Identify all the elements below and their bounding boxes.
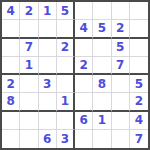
cell-r6c2[interactable]: [20, 93, 38, 111]
cell-r5c1[interactable]: 2: [2, 75, 20, 93]
given-digit: 7: [25, 41, 33, 53]
given-digit: 5: [61, 5, 69, 17]
cell-r7c6[interactable]: 1: [93, 112, 111, 130]
cell-r2c7[interactable]: 2: [112, 20, 130, 38]
given-digit: 1: [25, 59, 33, 71]
cell-r6c5[interactable]: [75, 93, 93, 111]
cell-r3c8[interactable]: [130, 39, 148, 57]
cell-r3c5[interactable]: [75, 39, 93, 57]
cell-r2c5[interactable]: 4: [75, 20, 93, 38]
cell-r5c3[interactable]: 3: [39, 75, 57, 93]
cell-r6c7[interactable]: [112, 93, 130, 111]
given-digit: 8: [6, 95, 14, 107]
cell-r5c7[interactable]: [112, 75, 130, 93]
given-digit: 1: [61, 95, 69, 107]
cell-r1c3[interactable]: 1: [39, 2, 57, 20]
given-digit: 3: [43, 78, 51, 90]
cell-r4c6[interactable]: [93, 57, 111, 75]
cell-r8c2[interactable]: [20, 130, 38, 148]
given-digit: 5: [98, 22, 106, 34]
cell-r7c5[interactable]: 6: [75, 112, 93, 130]
cell-r8c8[interactable]: 7: [130, 130, 148, 148]
cell-r6c1[interactable]: 8: [2, 93, 20, 111]
given-digit: 6: [79, 114, 87, 126]
cell-r8c4[interactable]: 3: [57, 130, 75, 148]
cell-r5c5[interactable]: [75, 75, 93, 93]
given-digit: 2: [135, 95, 143, 107]
given-digit: 2: [25, 5, 33, 17]
cell-r6c6[interactable]: [93, 93, 111, 111]
cell-r4c4[interactable]: [57, 57, 75, 75]
cell-r3c2[interactable]: 7: [20, 39, 38, 57]
cell-r8c1[interactable]: [2, 130, 20, 148]
given-digit: 1: [98, 114, 106, 126]
given-digit: 8: [98, 78, 106, 90]
given-digit: 4: [6, 5, 14, 17]
cell-r4c5[interactable]: 2: [75, 57, 93, 75]
cell-r3c3[interactable]: [39, 39, 57, 57]
cell-r8c6[interactable]: [93, 130, 111, 148]
cell-r1c7[interactable]: [112, 2, 130, 20]
sudoku-board: 42154527251272385812614637: [0, 0, 150, 150]
cell-r3c6[interactable]: [93, 39, 111, 57]
cell-r4c8[interactable]: [130, 57, 148, 75]
cell-r2c3[interactable]: [39, 20, 57, 38]
cell-r3c1[interactable]: [2, 39, 20, 57]
given-digit: 4: [135, 114, 143, 126]
cell-r3c7[interactable]: 5: [112, 39, 130, 57]
cell-r8c3[interactable]: 6: [39, 130, 57, 148]
given-digit: 5: [116, 41, 124, 53]
cell-r2c8[interactable]: [130, 20, 148, 38]
cell-r5c8[interactable]: 5: [130, 75, 148, 93]
cell-r7c4[interactable]: [57, 112, 75, 130]
given-digit: 4: [79, 22, 87, 34]
cell-r1c8[interactable]: [130, 2, 148, 20]
cell-r6c3[interactable]: [39, 93, 57, 111]
cell-r8c5[interactable]: [75, 130, 93, 148]
cell-r1c1[interactable]: 4: [2, 2, 20, 20]
cell-r8c7[interactable]: [112, 130, 130, 148]
cell-r7c1[interactable]: [2, 112, 20, 130]
given-digit: 5: [135, 78, 143, 90]
cell-r1c6[interactable]: [93, 2, 111, 20]
given-digit: 7: [135, 133, 143, 145]
cell-r7c7[interactable]: [112, 112, 130, 130]
cell-r7c2[interactable]: [20, 112, 38, 130]
cell-r2c2[interactable]: [20, 20, 38, 38]
given-digit: 2: [61, 41, 69, 53]
cell-r5c2[interactable]: [20, 75, 38, 93]
cell-r1c4[interactable]: 5: [57, 2, 75, 20]
cell-r4c2[interactable]: 1: [20, 57, 38, 75]
given-digit: 2: [79, 59, 87, 71]
cell-r3c4[interactable]: 2: [57, 39, 75, 57]
given-digit: 3: [61, 133, 69, 145]
cell-r7c3[interactable]: [39, 112, 57, 130]
cell-r6c8[interactable]: 2: [130, 93, 148, 111]
cell-r2c4[interactable]: [57, 20, 75, 38]
given-digit: 2: [116, 22, 124, 34]
cell-r6c4[interactable]: 1: [57, 93, 75, 111]
cell-r5c6[interactable]: 8: [93, 75, 111, 93]
given-digit: 2: [6, 78, 14, 90]
given-digit: 6: [43, 133, 51, 145]
cell-r4c1[interactable]: [2, 57, 20, 75]
cell-r4c7[interactable]: 7: [112, 57, 130, 75]
cell-r1c5[interactable]: [75, 2, 93, 20]
given-digit: 7: [116, 59, 124, 71]
given-digit: 1: [43, 5, 51, 17]
cell-r5c4[interactable]: [57, 75, 75, 93]
cell-r1c2[interactable]: 2: [20, 2, 38, 20]
cell-r2c1[interactable]: [2, 20, 20, 38]
cell-r7c8[interactable]: 4: [130, 112, 148, 130]
cell-r2c6[interactable]: 5: [93, 20, 111, 38]
cell-r4c3[interactable]: [39, 57, 57, 75]
